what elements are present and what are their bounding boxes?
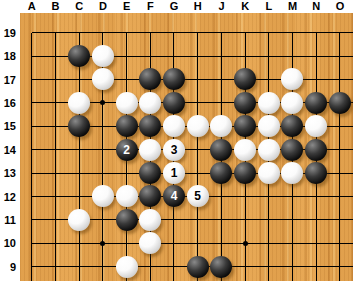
intersection-E14[interactable]: 2	[115, 138, 139, 161]
intersection-O18[interactable]	[328, 44, 352, 67]
column-label-E: E	[123, 0, 130, 13]
intersection-A10[interactable]	[20, 232, 44, 255]
intersection-N12[interactable]	[304, 185, 328, 208]
row-label-9: 9	[0, 261, 16, 273]
intersection-B17[interactable]	[44, 68, 68, 91]
row-label-19: 19	[0, 27, 16, 39]
intersection-K19[interactable]	[233, 21, 257, 44]
intersection-K15[interactable]	[233, 115, 257, 138]
intersection-G16[interactable]	[162, 91, 186, 114]
column-label-L: L	[265, 0, 272, 13]
intersection-H11[interactable]	[186, 208, 210, 231]
white-stone	[281, 162, 303, 184]
intersection-N18[interactable]	[304, 44, 328, 67]
intersection-K11[interactable]	[233, 208, 257, 231]
intersection-L18[interactable]	[257, 44, 281, 67]
intersection-L19[interactable]	[257, 21, 281, 44]
intersection-C17[interactable]	[67, 68, 91, 91]
intersection-O15[interactable]	[328, 115, 352, 138]
intersection-J19[interactable]	[210, 21, 234, 44]
intersection-B19[interactable]	[44, 21, 68, 44]
intersection-K18[interactable]	[233, 44, 257, 67]
intersection-G19[interactable]	[162, 21, 186, 44]
column-label-H: H	[194, 0, 202, 13]
white-stone	[139, 139, 161, 161]
white-stone	[258, 92, 280, 114]
black-stone	[210, 162, 232, 184]
intersection-B9[interactable]	[44, 255, 68, 278]
column-label-A: A	[28, 0, 36, 13]
column-label-O: O	[336, 0, 345, 13]
intersection-E15[interactable]	[115, 115, 139, 138]
intersection-D12[interactable]	[91, 185, 115, 208]
row-label-10: 10	[0, 237, 16, 249]
white-stone	[92, 45, 114, 67]
row-label-14: 14	[0, 144, 16, 156]
intersection-N10[interactable]	[304, 232, 328, 255]
star-point-D10	[100, 241, 105, 246]
intersection-O14[interactable]	[328, 138, 352, 161]
row-label-12: 12	[0, 191, 16, 203]
white-stone	[234, 139, 256, 161]
white-stone-move-5: 5	[187, 185, 209, 207]
intersection-N16[interactable]	[304, 91, 328, 114]
intersection-M13[interactable]	[281, 161, 305, 184]
black-stone	[281, 115, 303, 137]
intersection-D15[interactable]	[91, 115, 115, 138]
intersection-K9[interactable]	[233, 255, 257, 278]
intersection-J14[interactable]	[210, 138, 234, 161]
intersection-N17[interactable]	[304, 68, 328, 91]
column-label-M: M	[288, 0, 297, 13]
intersection-N15[interactable]	[304, 115, 328, 138]
intersection-H19[interactable]	[186, 21, 210, 44]
intersection-N13[interactable]	[304, 161, 328, 184]
intersection-O11[interactable]	[328, 208, 352, 231]
intersection-D19[interactable]	[91, 21, 115, 44]
intersection-B15[interactable]	[44, 115, 68, 138]
intersection-G13[interactable]: 1	[162, 161, 186, 184]
intersection-C10[interactable]	[67, 232, 91, 255]
column-label-G: G	[170, 0, 179, 13]
white-stone	[139, 209, 161, 231]
intersection-A9[interactable]	[20, 255, 44, 278]
intersection-H13[interactable]	[186, 161, 210, 184]
intersection-O9[interactable]	[328, 255, 352, 278]
intersection-D13[interactable]	[91, 161, 115, 184]
intersection-B13[interactable]	[44, 161, 68, 184]
intersection-E19[interactable]	[115, 21, 139, 44]
intersection-F11[interactable]	[138, 208, 162, 231]
column-label-C: C	[75, 0, 83, 13]
intersection-A19[interactable]	[20, 21, 44, 44]
intersection-F17[interactable]	[138, 68, 162, 91]
black-stone	[139, 115, 161, 137]
black-stone	[210, 139, 232, 161]
black-stone	[305, 162, 327, 184]
intersection-F9[interactable]	[138, 255, 162, 278]
black-stone	[234, 115, 256, 137]
intersection-E17[interactable]	[115, 68, 139, 91]
intersection-B11[interactable]	[44, 208, 68, 231]
intersection-G17[interactable]	[162, 68, 186, 91]
black-stone	[281, 139, 303, 161]
intersection-L17[interactable]	[257, 68, 281, 91]
intersection-M19[interactable]	[281, 21, 305, 44]
intersection-E16[interactable]	[115, 91, 139, 114]
black-stone	[139, 162, 161, 184]
black-stone	[305, 139, 327, 161]
intersection-C12[interactable]	[67, 185, 91, 208]
black-stone	[139, 68, 161, 90]
white-stone	[68, 92, 90, 114]
intersection-O13[interactable]	[328, 161, 352, 184]
row-label-11: 11	[0, 214, 16, 226]
white-stone	[258, 115, 280, 137]
intersection-E11[interactable]	[115, 208, 139, 231]
intersection-M18[interactable]	[281, 44, 305, 67]
black-stone-move-4: 4	[163, 185, 185, 207]
intersection-E10[interactable]	[115, 232, 139, 255]
intersection-J12[interactable]	[210, 185, 234, 208]
intersection-A11[interactable]	[20, 208, 44, 231]
white-stone	[163, 115, 185, 137]
intersection-F13[interactable]	[138, 161, 162, 184]
white-stone	[281, 68, 303, 90]
intersection-G15[interactable]	[162, 115, 186, 138]
star-point-D16	[100, 100, 105, 105]
white-stone	[92, 185, 114, 207]
intersection-M17[interactable]	[281, 68, 305, 91]
go-board: 23145	[20, 21, 352, 278]
intersection-H15[interactable]	[186, 115, 210, 138]
intersection-D14[interactable]	[91, 138, 115, 161]
intersection-G11[interactable]	[162, 208, 186, 231]
intersection-N9[interactable]	[304, 255, 328, 278]
white-stone	[139, 232, 161, 254]
intersection-O17[interactable]	[328, 68, 352, 91]
intersection-A16[interactable]	[20, 91, 44, 114]
intersection-H18[interactable]	[186, 44, 210, 67]
intersection-K17[interactable]	[233, 68, 257, 91]
white-stone	[116, 185, 138, 207]
intersection-H14[interactable]	[186, 138, 210, 161]
intersection-J18[interactable]	[210, 44, 234, 67]
intersection-O10[interactable]	[328, 232, 352, 255]
intersection-G12[interactable]: 4	[162, 185, 186, 208]
intersection-L15[interactable]	[257, 115, 281, 138]
intersection-G10[interactable]	[162, 232, 186, 255]
black-stone	[187, 256, 209, 278]
intersection-E9[interactable]	[115, 255, 139, 278]
black-stone	[329, 92, 351, 114]
intersection-J16[interactable]	[210, 91, 234, 114]
intersection-K10[interactable]	[233, 232, 257, 255]
column-label-D: D	[99, 0, 107, 13]
intersection-E13[interactable]	[115, 161, 139, 184]
intersection-G18[interactable]	[162, 44, 186, 67]
column-label-F: F	[147, 0, 154, 13]
white-stone	[139, 92, 161, 114]
intersection-C16[interactable]	[67, 91, 91, 114]
intersection-A15[interactable]	[20, 115, 44, 138]
intersection-M16[interactable]	[281, 91, 305, 114]
intersection-N11[interactable]	[304, 208, 328, 231]
intersection-E12[interactable]	[115, 185, 139, 208]
black-stone	[116, 115, 138, 137]
intersection-L11[interactable]	[257, 208, 281, 231]
intersection-J17[interactable]	[210, 68, 234, 91]
intersection-L16[interactable]	[257, 91, 281, 114]
intersection-B10[interactable]	[44, 232, 68, 255]
row-label-17: 17	[0, 74, 16, 86]
intersection-O12[interactable]	[328, 185, 352, 208]
intersection-L9[interactable]	[257, 255, 281, 278]
intersection-O19[interactable]	[328, 21, 352, 44]
intersection-M9[interactable]	[281, 255, 305, 278]
column-label-N: N	[312, 0, 320, 13]
white-stone	[68, 209, 90, 231]
black-stone	[234, 68, 256, 90]
intersection-M10[interactable]	[281, 232, 305, 255]
intersection-F18[interactable]	[138, 44, 162, 67]
intersection-H9[interactable]	[186, 255, 210, 278]
intersection-F14[interactable]	[138, 138, 162, 161]
intersection-D16[interactable]	[91, 91, 115, 114]
black-stone	[68, 115, 90, 137]
intersection-C15[interactable]	[67, 115, 91, 138]
black-stone	[234, 162, 256, 184]
intersection-C19[interactable]	[67, 21, 91, 44]
intersection-J15[interactable]	[210, 115, 234, 138]
intersection-J11[interactable]	[210, 208, 234, 231]
intersection-D17[interactable]	[91, 68, 115, 91]
black-stone	[305, 92, 327, 114]
black-stone	[234, 92, 256, 114]
intersection-M15[interactable]	[281, 115, 305, 138]
black-stone-move-2: 2	[116, 139, 138, 161]
intersection-C11[interactable]	[67, 208, 91, 231]
intersection-B16[interactable]	[44, 91, 68, 114]
intersection-F10[interactable]	[138, 232, 162, 255]
row-label-18: 18	[0, 50, 16, 62]
intersection-H12[interactable]: 5	[186, 185, 210, 208]
intersection-D9[interactable]	[91, 255, 115, 278]
black-stone	[68, 45, 90, 67]
black-stone	[163, 68, 185, 90]
row-label-13: 13	[0, 167, 16, 179]
row-label-16: 16	[0, 97, 16, 109]
white-stone	[116, 92, 138, 114]
intersection-F15[interactable]	[138, 115, 162, 138]
white-stone	[258, 162, 280, 184]
intersection-J13[interactable]	[210, 161, 234, 184]
intersection-G9[interactable]	[162, 255, 186, 278]
intersection-O16[interactable]	[328, 91, 352, 114]
intersection-H17[interactable]	[186, 68, 210, 91]
intersection-A13[interactable]	[20, 161, 44, 184]
white-stone	[187, 115, 209, 137]
intersection-D11[interactable]	[91, 208, 115, 231]
column-label-K: K	[241, 0, 249, 13]
intersection-G14[interactable]: 3	[162, 138, 186, 161]
intersection-D10[interactable]	[91, 232, 115, 255]
intersection-H16[interactable]	[186, 91, 210, 114]
intersection-D18[interactable]	[91, 44, 115, 67]
intersection-B18[interactable]	[44, 44, 68, 67]
intersection-A12[interactable]	[20, 185, 44, 208]
intersection-H10[interactable]	[186, 232, 210, 255]
white-stone	[92, 68, 114, 90]
white-stone	[305, 115, 327, 137]
intersection-B14[interactable]	[44, 138, 68, 161]
intersection-L13[interactable]	[257, 161, 281, 184]
white-stone	[116, 256, 138, 278]
black-stone	[163, 92, 185, 114]
intersection-A17[interactable]	[20, 68, 44, 91]
intersection-C18[interactable]	[67, 44, 91, 67]
intersection-L10[interactable]	[257, 232, 281, 255]
intersection-K14[interactable]	[233, 138, 257, 161]
intersection-F16[interactable]	[138, 91, 162, 114]
black-stone	[210, 256, 232, 278]
intersection-B12[interactable]	[44, 185, 68, 208]
intersection-N14[interactable]	[304, 138, 328, 161]
intersection-N19[interactable]	[304, 21, 328, 44]
white-stone-move-3: 3	[163, 139, 185, 161]
intersection-F12[interactable]	[138, 185, 162, 208]
star-point-K10	[243, 241, 248, 246]
column-label-J: J	[218, 0, 224, 13]
go-board-diagram: ABCDEFGHJKLMNO 191817161514131211109 231…	[0, 0, 353, 281]
intersection-F19[interactable]	[138, 21, 162, 44]
column-label-B: B	[52, 0, 60, 13]
intersection-M14[interactable]	[281, 138, 305, 161]
intersection-A14[interactable]	[20, 138, 44, 161]
row-label-15: 15	[0, 120, 16, 132]
intersection-C14[interactable]	[67, 138, 91, 161]
intersection-K13[interactable]	[233, 161, 257, 184]
black-stone	[116, 209, 138, 231]
intersection-L14[interactable]	[257, 138, 281, 161]
intersection-E18[interactable]	[115, 44, 139, 67]
white-stone	[258, 139, 280, 161]
intersection-J9[interactable]	[210, 255, 234, 278]
white-stone	[210, 115, 232, 137]
white-stone	[281, 92, 303, 114]
white-stone-move-1: 1	[163, 162, 185, 184]
intersection-C13[interactable]	[67, 161, 91, 184]
intersection-M11[interactable]	[281, 208, 305, 231]
intersection-J10[interactable]	[210, 232, 234, 255]
intersection-A18[interactable]	[20, 44, 44, 67]
black-stone	[139, 185, 161, 207]
intersection-M12[interactable]	[281, 185, 305, 208]
intersection-K12[interactable]	[233, 185, 257, 208]
intersection-C9[interactable]	[67, 255, 91, 278]
intersection-L12[interactable]	[257, 185, 281, 208]
intersection-K16[interactable]	[233, 91, 257, 114]
